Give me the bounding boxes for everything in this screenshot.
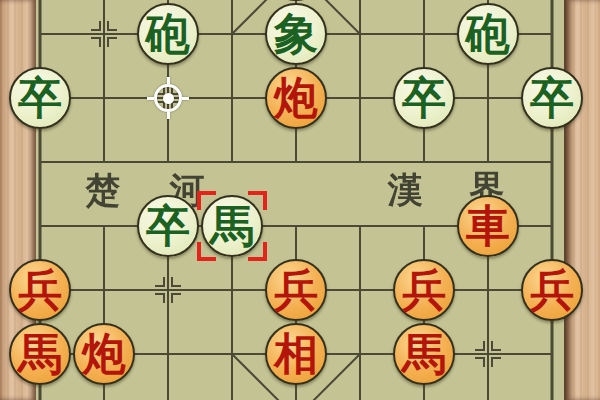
piece-red-soldier[interactable]: 兵 bbox=[9, 259, 71, 321]
piece-black-horse[interactable]: 馬 bbox=[201, 195, 263, 257]
piece-glyph: 車 bbox=[466, 204, 510, 248]
piece-red-elephant[interactable]: 相 bbox=[265, 323, 327, 385]
wood-frame-right bbox=[564, 0, 600, 400]
piece-glyph: 卒 bbox=[402, 76, 446, 120]
piece-glyph: 象 bbox=[274, 12, 318, 56]
xiangqi-board-screen: 楚 河 漢 界 砲象砲卒炮卒卒卒馬車兵兵兵兵馬炮相馬 bbox=[0, 0, 600, 400]
piece-red-soldier[interactable]: 兵 bbox=[265, 259, 327, 321]
piece-glyph: 卒 bbox=[146, 204, 190, 248]
piece-black-soldier[interactable]: 卒 bbox=[137, 195, 199, 257]
piece-red-horse[interactable]: 馬 bbox=[9, 323, 71, 385]
piece-red-cannon[interactable]: 炮 bbox=[265, 67, 327, 129]
piece-glyph: 兵 bbox=[530, 268, 574, 312]
piece-black-cannon[interactable]: 砲 bbox=[457, 3, 519, 65]
river-label-chu: 楚 bbox=[81, 168, 125, 212]
piece-glyph: 兵 bbox=[274, 268, 318, 312]
piece-glyph: 馬 bbox=[18, 332, 62, 376]
piece-red-cannon[interactable]: 炮 bbox=[73, 323, 135, 385]
piece-black-soldier[interactable]: 卒 bbox=[9, 67, 71, 129]
piece-glyph: 炮 bbox=[82, 332, 126, 376]
piece-glyph: 卒 bbox=[530, 76, 574, 120]
piece-glyph: 砲 bbox=[466, 12, 510, 56]
piece-black-soldier[interactable]: 卒 bbox=[393, 67, 455, 129]
piece-glyph: 兵 bbox=[402, 268, 446, 312]
piece-red-soldier[interactable]: 兵 bbox=[393, 259, 455, 321]
piece-black-cannon[interactable]: 砲 bbox=[137, 3, 199, 65]
piece-glyph: 砲 bbox=[146, 12, 190, 56]
piece-black-soldier[interactable]: 卒 bbox=[521, 67, 583, 129]
piece-glyph: 兵 bbox=[18, 268, 62, 312]
piece-glyph: 卒 bbox=[18, 76, 62, 120]
piece-red-soldier[interactable]: 兵 bbox=[521, 259, 583, 321]
river-label-han: 漢 bbox=[383, 168, 427, 212]
piece-glyph: 炮 bbox=[274, 76, 318, 120]
piece-glyph: 馬 bbox=[210, 204, 254, 248]
piece-black-elephant[interactable]: 象 bbox=[265, 3, 327, 65]
piece-red-horse[interactable]: 馬 bbox=[393, 323, 455, 385]
piece-glyph: 馬 bbox=[402, 332, 446, 376]
piece-glyph: 相 bbox=[274, 332, 318, 376]
piece-red-chariot[interactable]: 車 bbox=[457, 195, 519, 257]
